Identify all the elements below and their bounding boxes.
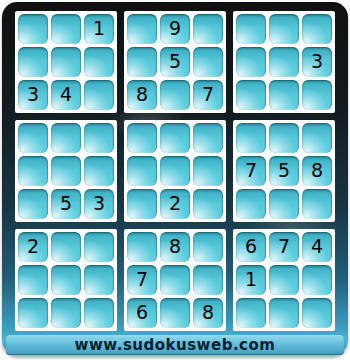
cell-r9c5[interactable]: [160, 298, 190, 328]
cell-r2c2[interactable]: [51, 47, 81, 77]
cell-r4c5[interactable]: [160, 123, 190, 153]
cell-r3c3[interactable]: [84, 80, 114, 110]
cell-r1c6[interactable]: [193, 14, 223, 44]
cell-r9c8[interactable]: [269, 298, 299, 328]
cell-r4c2[interactable]: [51, 123, 81, 153]
cell-r7c9[interactable]: 4: [302, 232, 332, 262]
cell-r3c2[interactable]: 4: [51, 80, 81, 110]
cell-r1c3[interactable]: 1: [84, 14, 114, 44]
cell-r7c2[interactable]: [51, 232, 81, 262]
board-frame: 13495873532758287686741 www.sudokusweb.c…: [2, 2, 348, 355]
cell-r6c7[interactable]: [236, 189, 266, 219]
cell-r7c6[interactable]: [193, 232, 223, 262]
block-1-2: 9587: [124, 11, 226, 113]
cell-r5c8[interactable]: 5: [269, 156, 299, 186]
cell-r2c1[interactable]: [18, 47, 48, 77]
cell-r5c1[interactable]: [18, 156, 48, 186]
cell-r5c3[interactable]: [84, 156, 114, 186]
cell-r1c8[interactable]: [269, 14, 299, 44]
cell-r5c9[interactable]: 8: [302, 156, 332, 186]
cell-r4c6[interactable]: [193, 123, 223, 153]
cell-r7c5[interactable]: 8: [160, 232, 190, 262]
cell-r3c6[interactable]: 7: [193, 80, 223, 110]
cell-r1c9[interactable]: [302, 14, 332, 44]
cell-r4c9[interactable]: [302, 123, 332, 153]
cell-r2c7[interactable]: [236, 47, 266, 77]
cell-r1c1[interactable]: [18, 14, 48, 44]
cell-r1c5[interactable]: 9: [160, 14, 190, 44]
cell-r8c8[interactable]: [269, 265, 299, 295]
cell-r7c3[interactable]: [84, 232, 114, 262]
cell-r7c4[interactable]: [127, 232, 157, 262]
cell-r7c1[interactable]: 2: [18, 232, 48, 262]
cell-r5c4[interactable]: [127, 156, 157, 186]
cell-r2c8[interactable]: [269, 47, 299, 77]
cell-r3c4[interactable]: 8: [127, 80, 157, 110]
website-link[interactable]: www.sudokusweb.com: [75, 336, 276, 354]
sudoku-puzzle-image: 13495873532758287686741 www.sudokusweb.c…: [0, 0, 350, 360]
cell-r6c9[interactable]: [302, 189, 332, 219]
cell-r2c9[interactable]: 3: [302, 47, 332, 77]
block-2-1: 53: [15, 120, 117, 222]
footer-band: www.sudokusweb.com: [6, 335, 344, 355]
cell-r8c6[interactable]: [193, 265, 223, 295]
cell-r8c4[interactable]: 7: [127, 265, 157, 295]
block-3-3: 6741: [233, 229, 335, 331]
cell-r3c8[interactable]: [269, 80, 299, 110]
cell-r3c5[interactable]: [160, 80, 190, 110]
cell-r5c7[interactable]: 7: [236, 156, 266, 186]
cell-r5c6[interactable]: [193, 156, 223, 186]
cell-r6c2[interactable]: 5: [51, 189, 81, 219]
cell-r9c1[interactable]: [18, 298, 48, 328]
cell-r4c7[interactable]: [236, 123, 266, 153]
cell-r8c9[interactable]: [302, 265, 332, 295]
cell-r8c2[interactable]: [51, 265, 81, 295]
cell-r9c4[interactable]: 6: [127, 298, 157, 328]
cell-r8c5[interactable]: [160, 265, 190, 295]
cell-r1c4[interactable]: [127, 14, 157, 44]
cell-r2c4[interactable]: [127, 47, 157, 77]
block-2-2: 2: [124, 120, 226, 222]
cell-r6c5[interactable]: 2: [160, 189, 190, 219]
cell-r9c6[interactable]: 8: [193, 298, 223, 328]
cell-r4c3[interactable]: [84, 123, 114, 153]
sudoku-board: 13495873532758287686741: [15, 11, 335, 331]
cell-r6c3[interactable]: 3: [84, 189, 114, 219]
cell-r6c8[interactable]: [269, 189, 299, 219]
cell-r9c3[interactable]: [84, 298, 114, 328]
cell-r5c2[interactable]: [51, 156, 81, 186]
cell-r7c7[interactable]: 6: [236, 232, 266, 262]
cell-r2c3[interactable]: [84, 47, 114, 77]
cell-r1c7[interactable]: [236, 14, 266, 44]
cell-r4c8[interactable]: [269, 123, 299, 153]
cell-r9c2[interactable]: [51, 298, 81, 328]
cell-r3c1[interactable]: 3: [18, 80, 48, 110]
cell-r6c1[interactable]: [18, 189, 48, 219]
cell-r3c9[interactable]: [302, 80, 332, 110]
cell-r9c7[interactable]: [236, 298, 266, 328]
cell-r4c1[interactable]: [18, 123, 48, 153]
cell-r8c3[interactable]: [84, 265, 114, 295]
cell-r2c5[interactable]: 5: [160, 47, 190, 77]
cell-r6c4[interactable]: [127, 189, 157, 219]
cell-r3c7[interactable]: [236, 80, 266, 110]
cell-r6c6[interactable]: [193, 189, 223, 219]
block-3-1: 2: [15, 229, 117, 331]
cell-r4c4[interactable]: [127, 123, 157, 153]
cell-r8c1[interactable]: [18, 265, 48, 295]
cell-r1c2[interactable]: [51, 14, 81, 44]
cell-r9c9[interactable]: [302, 298, 332, 328]
cell-r2c6[interactable]: [193, 47, 223, 77]
block-1-3: 3: [233, 11, 335, 113]
block-2-3: 758: [233, 120, 335, 222]
block-3-2: 8768: [124, 229, 226, 331]
cell-r7c8[interactable]: 7: [269, 232, 299, 262]
block-1-1: 134: [15, 11, 117, 113]
cell-r8c7[interactable]: 1: [236, 265, 266, 295]
cell-r5c5[interactable]: [160, 156, 190, 186]
